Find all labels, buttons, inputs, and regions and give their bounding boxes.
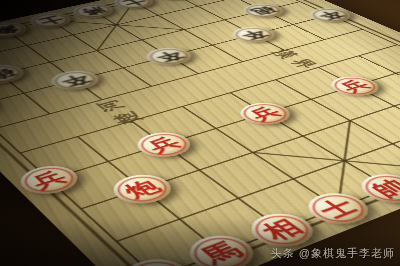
- piece-character: 士: [118, 0, 149, 7]
- piece-character: 車: [130, 263, 183, 266]
- piece-character: 馬: [196, 239, 248, 266]
- piece-character: 卒: [314, 10, 347, 21]
- piece-character: 卒: [57, 73, 93, 88]
- piece-character: 兵: [143, 135, 185, 155]
- piece-character: 士: [35, 15, 67, 26]
- xiangqi-board: 楚河 漢界 車馬象士將士象馬車砲砲卒卒卒卒卒兵兵兵兵兵炮炮車馬相士帥士相馬車: [0, 0, 400, 266]
- piece-character: 將: [78, 6, 109, 17]
- photo-scene: 楚河 漢界 車馬象士將士象馬車砲砲卒卒卒卒卒兵兵兵兵兵炮炮車馬相士帥士相馬車 头…: [0, 0, 400, 266]
- piece-character: 兵: [245, 105, 285, 122]
- piece-character: 兵: [335, 78, 374, 94]
- piece-character: 象: [0, 24, 22, 36]
- piece-character: 砲: [247, 5, 279, 16]
- piece-character: 炮: [119, 177, 165, 200]
- watermark: 头条 @象棋鬼手李老师: [271, 246, 395, 261]
- board-surface: 楚河 漢界 車馬象士將士象馬車砲砲卒卒卒卒卒兵兵兵兵兵炮炮車馬相士帥士相馬車: [0, 0, 400, 266]
- piece-character: 卒: [237, 29, 271, 41]
- board-grid: 車馬象士將士象馬車砲砲卒卒卒卒卒兵兵兵兵兵炮炮車馬相士帥士相馬車: [0, 0, 400, 266]
- piece-character: 兵: [27, 169, 71, 191]
- piece-character: 帥: [367, 177, 400, 200]
- piece-character: 相: [257, 217, 307, 244]
- piece-character: 卒: [151, 49, 186, 63]
- piece-character: 士: [314, 196, 363, 221]
- piece-character: 砲: [0, 67, 18, 82]
- watermark-text: 头条 @象棋鬼手李老师: [271, 247, 395, 259]
